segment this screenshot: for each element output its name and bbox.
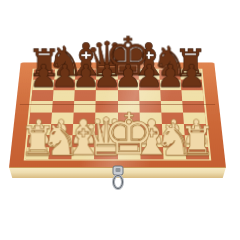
square-b1: ♞ [49,147,72,159]
chessboard: ♜♞♝♛♚♝♞♜♟♟♟♟♟♟♟♟♟♟♟♟♟♟♟♟♜♞♝♛♚♝♞♜ [9,63,226,168]
square-g1: ♞ [163,147,186,159]
square-h7: ♟ [181,80,203,91]
square-e1: ♚ [118,147,141,159]
clasp-latch [108,165,128,193]
square-g6 [160,90,182,101]
piece-wN-b1: ♞ [40,121,80,159]
square-h6 [181,90,203,101]
square-h5 [182,101,205,112]
piece-bP-h7: ♟ [178,63,206,90]
square-b6 [53,90,75,101]
product-photo-canvas: ♜♞♝♛♚♝♞♜♟♟♟♟♟♟♟♟♟♟♟♟♟♟♟♟♜♞♝♛♚♝♞♜ [0,0,240,240]
piece-wK-e1: ♚ [103,110,155,159]
chessboard-grid: ♜♞♝♛♚♝♞♜♟♟♟♟♟♟♟♟♟♟♟♟♟♟♟♟♜♞♝♛♚♝♞♜ [24,69,212,161]
square-c6 [74,90,96,101]
square-a5 [30,101,53,112]
square-a6 [31,90,53,101]
piece-wN-g1: ♞ [155,121,195,159]
